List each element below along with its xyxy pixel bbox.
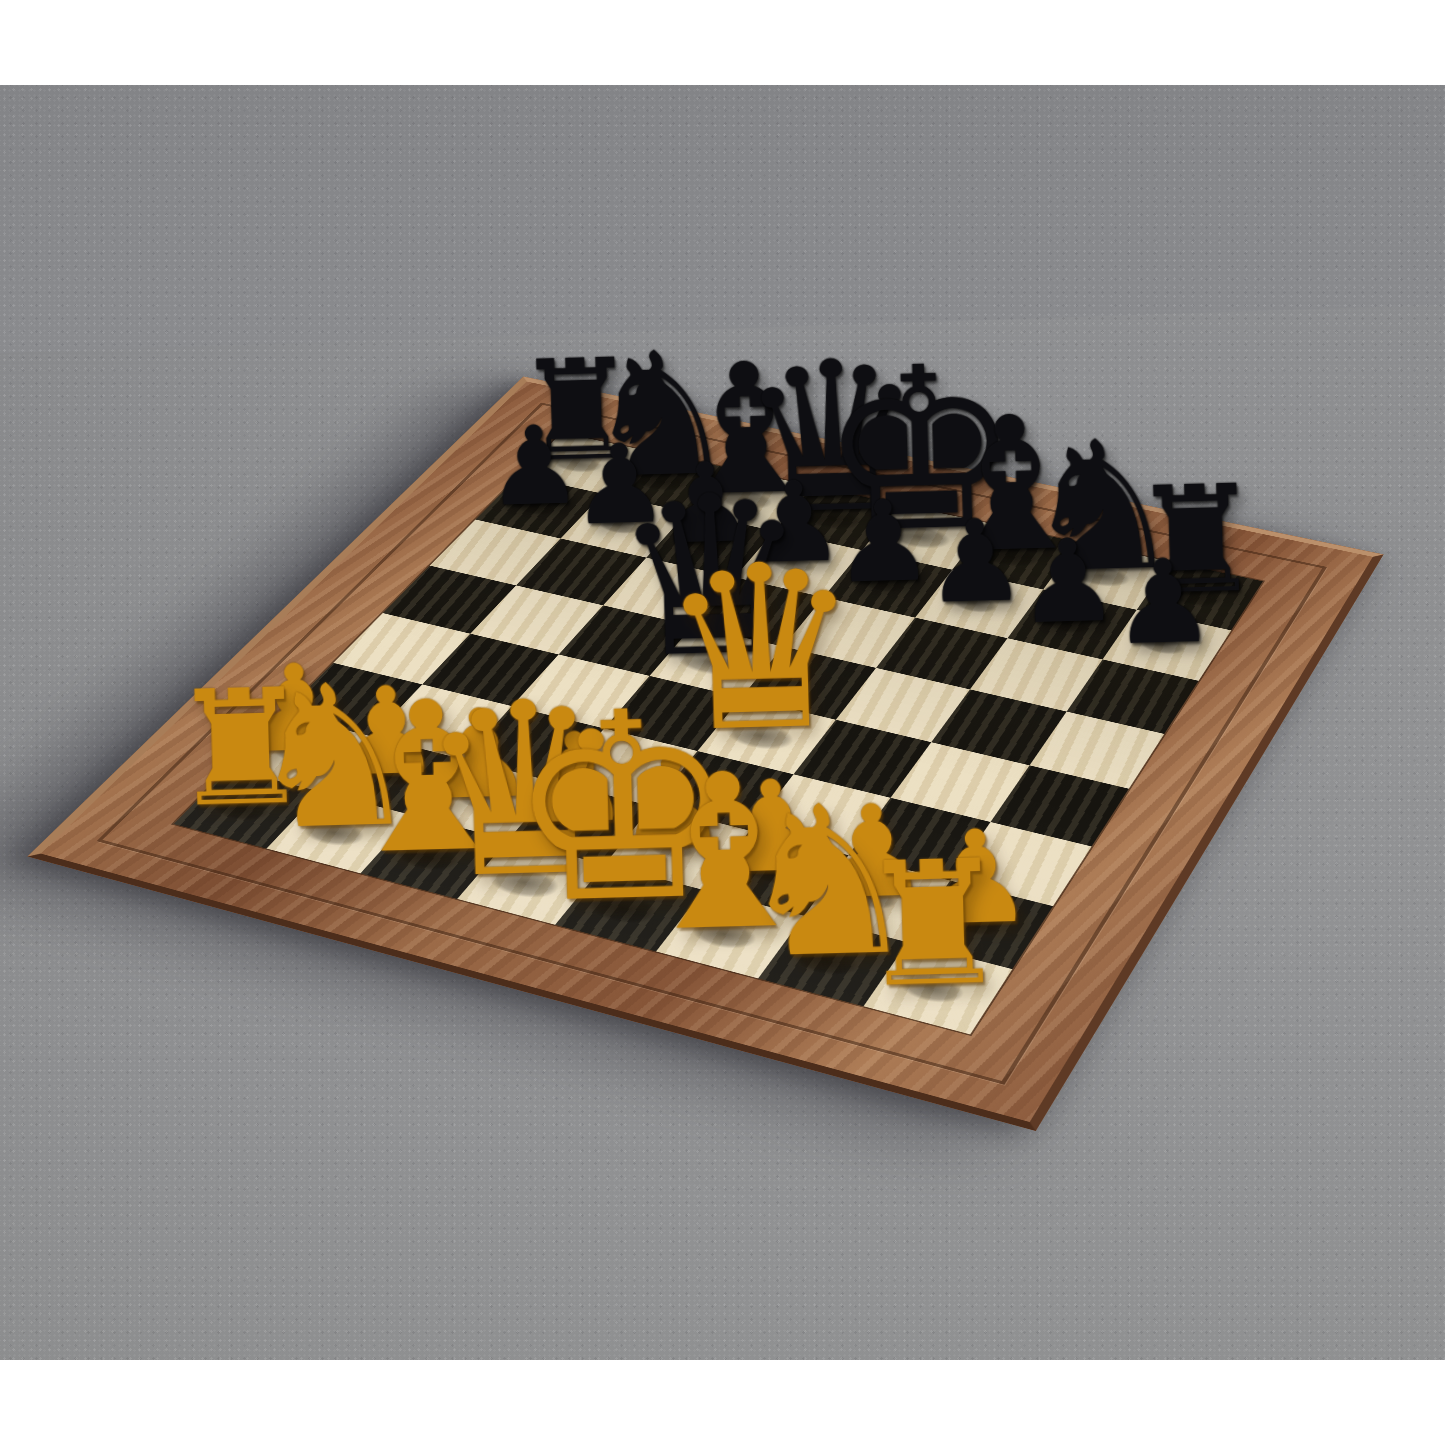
scene: ♜♞♝♛♚♝♞♜♟♟♟♟♟♟♟♟♛♛♟♟♟♟♟♟♟♟♜♞♝♛♚♝♞♜ <box>0 0 1445 1445</box>
letterbox-bottom <box>0 1360 1445 1445</box>
photo-canvas: ♜♞♝♛♚♝♞♜♟♟♟♟♟♟♟♟♛♛♟♟♟♟♟♟♟♟♜♞♝♛♚♝♞♜ <box>0 0 1445 1445</box>
piece-glyph: ♜ <box>855 855 1011 995</box>
chess-board: ♜♞♝♛♚♝♞♜♟♟♟♟♟♟♟♟♛♛♟♟♟♟♟♟♟♟♜♞♝♛♚♝♞♜ <box>27 377 1383 1131</box>
letterbox-top <box>0 0 1445 85</box>
